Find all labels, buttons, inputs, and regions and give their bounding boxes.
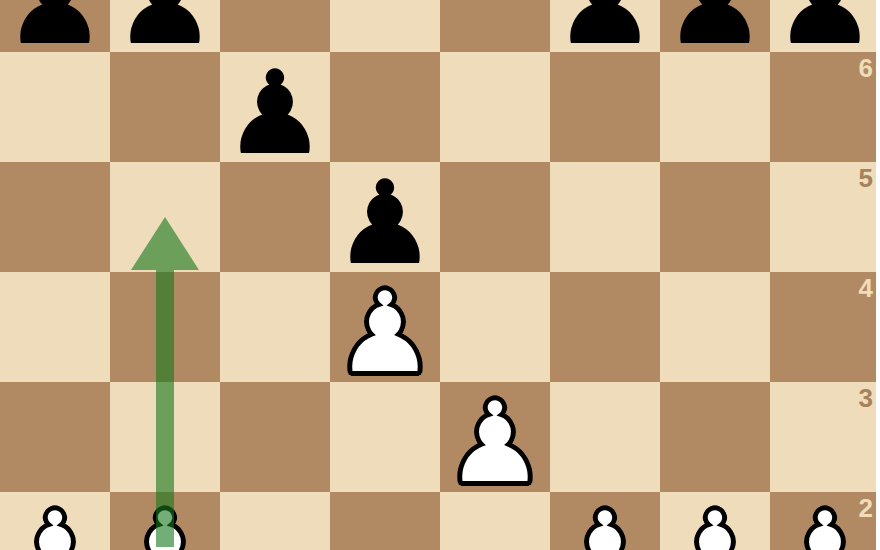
square-d7[interactable] bbox=[330, 0, 440, 52]
square-f5[interactable] bbox=[550, 162, 660, 272]
black-pawn-b7[interactable]: ♟︎ bbox=[110, 0, 220, 52]
square-h5[interactable]: 5 bbox=[770, 162, 880, 272]
white-pawn-d4[interactable]: ♟︎ bbox=[330, 272, 440, 382]
square-c3[interactable] bbox=[220, 382, 330, 492]
square-f2[interactable]: ♟︎ bbox=[550, 492, 660, 550]
square-f4[interactable] bbox=[550, 272, 660, 382]
square-h2[interactable]: 2♟︎ bbox=[770, 492, 880, 550]
square-c4[interactable] bbox=[220, 272, 330, 382]
square-h3[interactable]: 3 bbox=[770, 382, 880, 492]
square-e3[interactable]: ♟︎ bbox=[440, 382, 550, 492]
square-c2[interactable] bbox=[220, 492, 330, 550]
square-g4[interactable] bbox=[660, 272, 770, 382]
square-e7[interactable] bbox=[440, 0, 550, 52]
square-h7[interactable]: ♟︎ bbox=[770, 0, 880, 52]
rank-label-6: 6 bbox=[859, 55, 873, 81]
square-b4[interactable] bbox=[110, 272, 220, 382]
square-d6[interactable] bbox=[330, 52, 440, 162]
square-b2[interactable]: ♟︎ bbox=[110, 492, 220, 550]
square-g3[interactable] bbox=[660, 382, 770, 492]
square-h4[interactable]: 4 bbox=[770, 272, 880, 382]
chess-board-viewport: ♟︎♟︎♟︎♟︎♟︎♟︎6♟︎5♟︎4♟︎3♟︎♟︎♟︎♟︎2♟︎ bbox=[0, 0, 880, 550]
white-pawn-b2[interactable]: ♟︎ bbox=[110, 492, 220, 550]
black-pawn-f7[interactable]: ♟︎ bbox=[550, 0, 660, 52]
square-g5[interactable] bbox=[660, 162, 770, 272]
square-f3[interactable] bbox=[550, 382, 660, 492]
square-d2[interactable] bbox=[330, 492, 440, 550]
square-a5[interactable] bbox=[0, 162, 110, 272]
square-g2[interactable]: ♟︎ bbox=[660, 492, 770, 550]
white-pawn-f2[interactable]: ♟︎ bbox=[550, 492, 660, 550]
white-pawn-g2[interactable]: ♟︎ bbox=[660, 492, 770, 550]
square-f7[interactable]: ♟︎ bbox=[550, 0, 660, 52]
square-b5[interactable] bbox=[110, 162, 220, 272]
square-b3[interactable] bbox=[110, 382, 220, 492]
black-pawn-d5[interactable]: ♟︎ bbox=[330, 162, 440, 272]
rank-label-2: 2 bbox=[859, 495, 873, 521]
black-pawn-c6[interactable]: ♟︎ bbox=[220, 52, 330, 162]
chess-board: ♟︎♟︎♟︎♟︎♟︎♟︎6♟︎5♟︎4♟︎3♟︎♟︎♟︎♟︎2♟︎ bbox=[0, 0, 880, 550]
square-a7[interactable]: ♟︎ bbox=[0, 0, 110, 52]
white-pawn-a2[interactable]: ♟︎ bbox=[0, 492, 110, 550]
square-a2[interactable]: ♟︎ bbox=[0, 492, 110, 550]
square-e6[interactable] bbox=[440, 52, 550, 162]
rank-label-3: 3 bbox=[859, 385, 873, 411]
white-pawn-e3[interactable]: ♟︎ bbox=[440, 382, 550, 492]
square-e5[interactable] bbox=[440, 162, 550, 272]
square-a4[interactable] bbox=[0, 272, 110, 382]
square-c6[interactable]: ♟︎ bbox=[220, 52, 330, 162]
square-d5[interactable]: ♟︎ bbox=[330, 162, 440, 272]
black-pawn-a7[interactable]: ♟︎ bbox=[0, 0, 110, 52]
square-d4[interactable]: ♟︎ bbox=[330, 272, 440, 382]
right-margin-strip bbox=[876, 0, 880, 550]
rank-label-5: 5 bbox=[859, 165, 873, 191]
rank-label-4: 4 bbox=[859, 275, 873, 301]
square-g7[interactable]: ♟︎ bbox=[660, 0, 770, 52]
square-a3[interactable] bbox=[0, 382, 110, 492]
square-b7[interactable]: ♟︎ bbox=[110, 0, 220, 52]
square-e4[interactable] bbox=[440, 272, 550, 382]
black-pawn-h7[interactable]: ♟︎ bbox=[770, 0, 880, 52]
black-pawn-g7[interactable]: ♟︎ bbox=[660, 0, 770, 52]
